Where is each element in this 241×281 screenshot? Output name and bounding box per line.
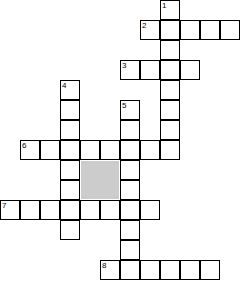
crossword-cell[interactable]: [160, 260, 180, 280]
crossword-cell[interactable]: [140, 140, 160, 160]
clue-number: 7: [2, 201, 6, 210]
crossword-cell[interactable]: [140, 260, 160, 280]
crossword-cell[interactable]: [60, 180, 80, 200]
clue-number: 2: [142, 21, 146, 30]
crossword-cell[interactable]: [80, 140, 100, 160]
crossword-cell[interactable]: [80, 200, 100, 220]
clue-number: 3: [122, 61, 126, 70]
crossword-cell[interactable]: [160, 20, 180, 40]
crossword-cell[interactable]: [40, 200, 60, 220]
crossword-cell[interactable]: [60, 100, 80, 120]
clue-number: 8: [102, 261, 106, 270]
crossword-cell[interactable]: 6: [20, 140, 40, 160]
clue-number: 4: [62, 81, 66, 90]
crossword-cell[interactable]: 2: [140, 20, 160, 40]
crossword-cell[interactable]: [160, 40, 180, 60]
crossword-cell[interactable]: 4: [60, 80, 80, 100]
crossword-cell[interactable]: [60, 140, 80, 160]
crossword-cell[interactable]: 1: [160, 0, 180, 20]
crossword-cell[interactable]: 5: [120, 100, 140, 120]
crossword-cell[interactable]: [40, 140, 60, 160]
crossword-cell[interactable]: [120, 260, 140, 280]
crossword-cell[interactable]: 7: [0, 200, 20, 220]
crossword-cell[interactable]: [60, 200, 80, 220]
crossword-cell[interactable]: [140, 200, 160, 220]
crossword-cell[interactable]: [160, 80, 180, 100]
crossword-cell[interactable]: [60, 220, 80, 240]
crossword-cell[interactable]: [20, 200, 40, 220]
crossword-cell[interactable]: [120, 140, 140, 160]
crossword-cell[interactable]: [100, 200, 120, 220]
crossword-cell[interactable]: [120, 240, 140, 260]
crossword-cell[interactable]: [120, 160, 140, 180]
crossword-cell[interactable]: [100, 140, 120, 160]
crossword-cell[interactable]: [200, 260, 220, 280]
crossword-cell[interactable]: [200, 20, 220, 40]
crossword-cell[interactable]: [120, 220, 140, 240]
crossword-cell[interactable]: [220, 20, 240, 40]
gray-block: [81, 161, 119, 199]
crossword-cell[interactable]: [60, 160, 80, 180]
clue-number: 5: [122, 101, 126, 110]
crossword-cell[interactable]: [160, 60, 180, 80]
crossword-cell[interactable]: 3: [120, 60, 140, 80]
crossword-cell[interactable]: [160, 120, 180, 140]
crossword-board: 12345678: [0, 0, 240, 280]
crossword-cell[interactable]: [180, 260, 200, 280]
crossword-cell[interactable]: [160, 100, 180, 120]
crossword-cell[interactable]: [60, 120, 80, 140]
crossword-cell[interactable]: [120, 120, 140, 140]
crossword-cell[interactable]: [120, 200, 140, 220]
crossword-cell[interactable]: [180, 60, 200, 80]
clue-number: 6: [22, 141, 26, 150]
clue-number: 1: [162, 1, 166, 10]
crossword-cell[interactable]: [120, 180, 140, 200]
crossword-cell[interactable]: [160, 140, 180, 160]
crossword-cell[interactable]: [140, 60, 160, 80]
crossword-cell[interactable]: 8: [100, 260, 120, 280]
crossword-cell[interactable]: [180, 20, 200, 40]
